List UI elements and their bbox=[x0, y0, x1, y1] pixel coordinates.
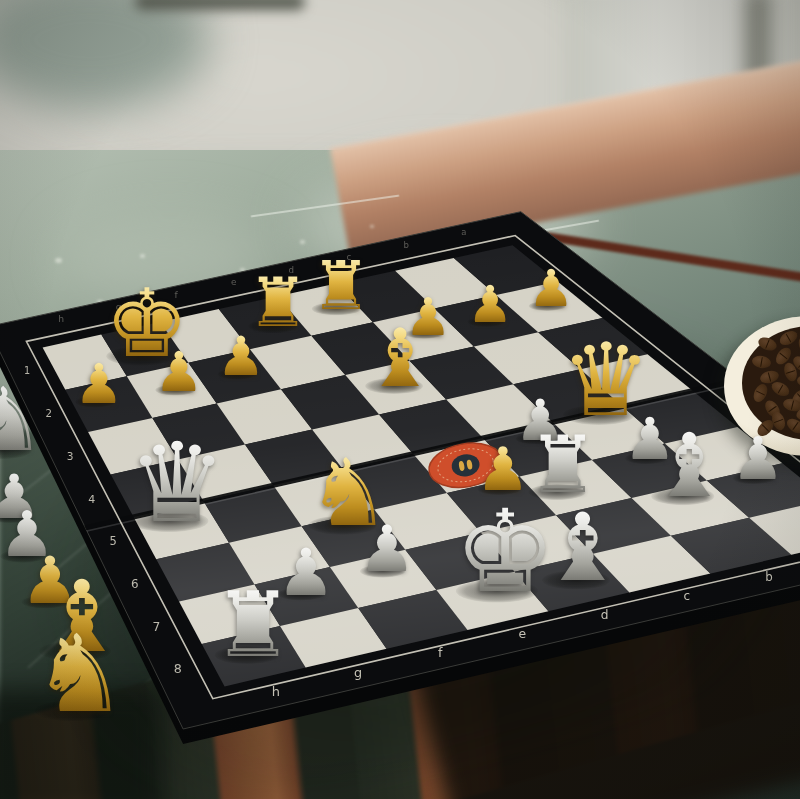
file-label-front-b: b bbox=[765, 570, 773, 584]
file-label-front-g: g bbox=[354, 665, 362, 680]
file-label-front-c: c bbox=[683, 589, 690, 603]
rank-label-left-6: 6 bbox=[131, 577, 139, 591]
file-label-far-e: e bbox=[231, 277, 236, 287]
rank-label-left-1: 1 bbox=[24, 365, 30, 376]
rank-label-left-5: 5 bbox=[110, 534, 117, 548]
rank-label-left-4: 4 bbox=[88, 493, 95, 506]
file-label-front-e: e bbox=[519, 626, 527, 641]
photo-of-chess-game: { "game": "chess", "description": "Overh… bbox=[0, 0, 800, 799]
file-label-front-f: f bbox=[438, 645, 443, 660]
file-label-far-b: b bbox=[404, 240, 409, 250]
file-label-far-a: a bbox=[461, 227, 466, 237]
chess-board[interactable]: hhggffeeddccbbaa12345678 bbox=[0, 0, 800, 799]
file-label-front-d: d bbox=[601, 608, 609, 622]
file-label-far-c: c bbox=[346, 252, 351, 262]
file-label-far-h: h bbox=[58, 313, 64, 324]
rank-label-left-8: 8 bbox=[174, 661, 182, 676]
file-label-far-g: g bbox=[116, 302, 122, 312]
rank-label-left-3: 3 bbox=[67, 450, 74, 462]
file-label-front-h: h bbox=[272, 684, 280, 699]
file-label-far-d: d bbox=[289, 265, 295, 275]
rank-label-left-7: 7 bbox=[152, 620, 160, 634]
rank-label-left-2: 2 bbox=[45, 408, 51, 419]
